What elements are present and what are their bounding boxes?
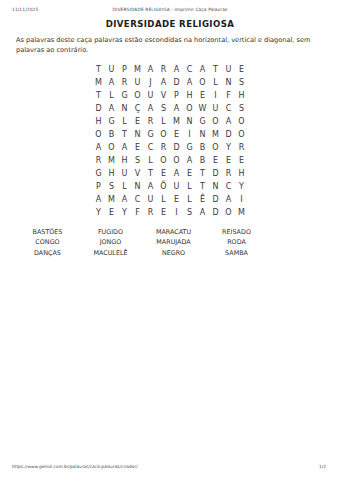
grid-cell: V [157, 89, 170, 102]
grid-cell: D [170, 76, 183, 89]
grid-cell: Y [222, 141, 235, 154]
grid-cell: E [196, 89, 209, 102]
grid-cell: J [144, 76, 157, 89]
word-list-item: NEGRO [142, 248, 205, 258]
grid-cell: L [183, 193, 196, 206]
grid-cell: E [235, 154, 248, 167]
grid-cell: W [196, 102, 209, 115]
grid-cell: A [170, 167, 183, 180]
grid-cell: B [196, 154, 209, 167]
grid-cell: E [209, 154, 222, 167]
grid-cell: M [105, 154, 118, 167]
grid-cell: T [196, 180, 209, 193]
grid-cell: A [183, 154, 196, 167]
grid-cell: M [235, 206, 248, 219]
grid-cell: N [131, 128, 144, 141]
grid-cell: U [118, 167, 131, 180]
grid-cell: A [105, 102, 118, 115]
grid-cell: U [222, 63, 235, 76]
grid-cell: O [235, 115, 248, 128]
grid-cell: A [196, 206, 209, 219]
puzzle-instructions: As palavras deste caça palavras estão es… [16, 35, 325, 56]
grid-cell: B [105, 128, 118, 141]
grid-cell: I [183, 128, 196, 141]
grid-cell: I [170, 206, 183, 219]
grid-cell: O [105, 141, 118, 154]
grid-cell: A [118, 193, 131, 206]
word-list: BASTÕESFUGIDOMARACATUREISADOCONGOJONGOMA… [16, 227, 268, 258]
grid-cell: O [196, 76, 209, 89]
grid-cell: T [92, 63, 105, 76]
grid-cell: G [105, 115, 118, 128]
grid-cell: O [92, 128, 105, 141]
word-list-item: MACULELÊ [79, 248, 142, 258]
grid-cell: T [144, 167, 157, 180]
grid-cell: A [222, 115, 235, 128]
grid-cell: E [157, 167, 170, 180]
grid-cell: L [209, 76, 222, 89]
grid-cell: U [144, 89, 157, 102]
word-list-item: DANÇAS [16, 248, 79, 258]
grid-cell: C [131, 193, 144, 206]
grid-cell: A [92, 141, 105, 154]
grid-cell: I [209, 89, 222, 102]
word-list-item: MARACATU [142, 227, 205, 237]
grid-cell: H [105, 167, 118, 180]
grid-cell: O [209, 141, 222, 154]
grid-cell: S [105, 180, 118, 193]
grid-cell: T [196, 167, 209, 180]
grid-cell: R [144, 115, 157, 128]
grid-cell: A [118, 141, 131, 154]
grid-cell: S [157, 102, 170, 115]
grid-cell: Y [92, 206, 105, 219]
word-list-item: FUGIDO [79, 227, 142, 237]
grid-cell: R [235, 141, 248, 154]
grid-cell: A [170, 63, 183, 76]
grid-cell: R [157, 63, 170, 76]
word-list-item: MARUJADA [142, 237, 205, 247]
grid-cell: G [183, 141, 196, 154]
grid-cell: P [170, 89, 183, 102]
grid-cell: A [196, 63, 209, 76]
grid-cell: O [157, 128, 170, 141]
grid-cell: E [170, 193, 183, 206]
grid-cell: S [183, 206, 196, 219]
grid-cell: Ç [131, 102, 144, 115]
grid-cell: M [92, 76, 105, 89]
grid-cell: G [144, 128, 157, 141]
grid-cell: O [235, 128, 248, 141]
grid-cell: Õ [157, 180, 170, 193]
grid-cell: T [209, 63, 222, 76]
grid-cell: G [196, 115, 209, 128]
grid-cell: C [183, 63, 196, 76]
grid-cell: Y [235, 180, 248, 193]
grid-cell: R [157, 141, 170, 154]
grid-cell: E [131, 141, 144, 154]
grid-cell: O [131, 89, 144, 102]
word-list-item: REISADO [205, 227, 268, 237]
grid-cell: U [209, 102, 222, 115]
grid-cell: E [131, 115, 144, 128]
grid-cell: E [222, 154, 235, 167]
grid-cell: R [118, 76, 131, 89]
grid-cell: H [118, 154, 131, 167]
grid-cell: A [144, 63, 157, 76]
grid-cell: H [92, 115, 105, 128]
grid-cell: D [209, 206, 222, 219]
grid-cell: N [196, 128, 209, 141]
grid-cell: D [209, 193, 222, 206]
word-list-item: JONGO [79, 237, 142, 247]
grid-cell: L [157, 193, 170, 206]
grid-cell: M [170, 115, 183, 128]
word-list-item: SAMBA [205, 248, 268, 258]
grid-cell: A [105, 76, 118, 89]
grid-cell: A [222, 193, 235, 206]
grid-cell: E [170, 128, 183, 141]
grid-cell: I [235, 193, 248, 206]
grid-cell: S [235, 76, 248, 89]
grid-cell: A [144, 180, 157, 193]
grid-cell: G [92, 167, 105, 180]
grid-cell: H [235, 89, 248, 102]
grid-cell: R [92, 154, 105, 167]
grid-cell: N [118, 102, 131, 115]
grid-cell: H [183, 89, 196, 102]
grid-cell: N [222, 76, 235, 89]
grid-cell: O [183, 102, 196, 115]
grid-cell: G [118, 89, 131, 102]
word-search-grid: TUPMARACATUEMARUJADAOLNSTLGOUVPHEIFHDANÇ… [92, 63, 248, 219]
grid-cell: R [222, 167, 235, 180]
grid-cell: O [222, 206, 235, 219]
grid-cell: U [105, 63, 118, 76]
grid-cell: F [222, 89, 235, 102]
grid-cell: C [222, 102, 235, 115]
footer-page-number: 1/2 [319, 464, 326, 469]
grid-cell: S [131, 154, 144, 167]
grid-cell: Y [118, 206, 131, 219]
grid-cell: U [131, 76, 144, 89]
grid-cell: Ê [196, 193, 209, 206]
grid-cell: R [144, 206, 157, 219]
grid-cell: L [118, 180, 131, 193]
grid-cell: A [92, 193, 105, 206]
grid-cell: D [170, 141, 183, 154]
grid-cell: A [144, 102, 157, 115]
grid-cell: D [222, 128, 235, 141]
grid-cell: O [157, 154, 170, 167]
grid-cell: O [170, 154, 183, 167]
grid-cell: N [131, 180, 144, 193]
grid-cell: S [235, 102, 248, 115]
grid-cell: L [118, 115, 131, 128]
word-list-item: BASTÕES [16, 227, 79, 237]
grid-cell: U [170, 180, 183, 193]
grid-cell: D [92, 102, 105, 115]
grid-cell: E [183, 167, 196, 180]
grid-cell: N [209, 180, 222, 193]
grid-cell: C [222, 180, 235, 193]
grid-cell: L [157, 115, 170, 128]
grid-cell: M [105, 193, 118, 206]
document-header-title: DIVERSIDADE RELIGIOSA - Imprimir Caça Pa… [0, 7, 340, 12]
grid-cell: E [235, 63, 248, 76]
grid-cell: E [105, 206, 118, 219]
grid-cell: B [196, 141, 209, 154]
word-list-item: CONGO [16, 237, 79, 247]
grid-cell: N [183, 115, 196, 128]
grid-cell: A [183, 76, 196, 89]
footer-url: https://www.geniol.com.br/palavras/caca-… [12, 464, 138, 469]
grid-cell: A [157, 76, 170, 89]
grid-cell: T [118, 128, 131, 141]
page-title: DIVERSIDADE RELIGIOSA [0, 19, 340, 29]
grid-cell: P [92, 180, 105, 193]
grid-cell: L [183, 180, 196, 193]
grid-cell: F [131, 206, 144, 219]
grid-cell: M [209, 128, 222, 141]
grid-cell: U [144, 193, 157, 206]
grid-cell: H [235, 167, 248, 180]
grid-cell: E [157, 206, 170, 219]
word-list-item: RODA [205, 237, 268, 247]
grid-cell: P [118, 63, 131, 76]
grid-cell: O [209, 115, 222, 128]
grid-cell: L [105, 89, 118, 102]
grid-cell: T [92, 89, 105, 102]
grid-cell: M [131, 63, 144, 76]
grid-cell: L [144, 154, 157, 167]
grid-cell: C [144, 141, 157, 154]
grid-cell: A [170, 102, 183, 115]
grid-cell: V [131, 167, 144, 180]
grid-cell: D [209, 167, 222, 180]
